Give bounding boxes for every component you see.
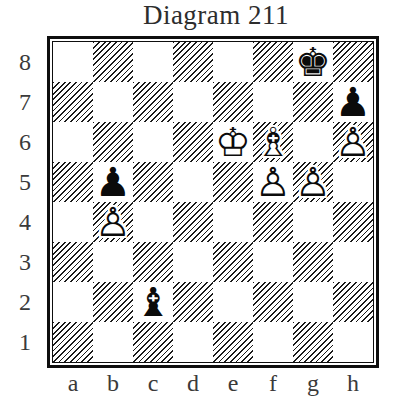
- black-pawn-b5: ♟♟: [93, 162, 133, 202]
- square-d2: [173, 282, 213, 322]
- square-a5: [53, 162, 93, 202]
- square-g3: [293, 242, 333, 282]
- white-pawn-g5: ♟♙: [293, 162, 333, 202]
- square-d8: [173, 42, 213, 82]
- square-e1: [213, 322, 253, 362]
- square-f5: ♟♙: [253, 162, 293, 202]
- square-f7: [253, 82, 293, 122]
- rank-label-3: 3: [12, 242, 38, 282]
- square-b4: ♟♙: [93, 202, 133, 242]
- square-a2: [53, 282, 93, 322]
- square-d5: [173, 162, 213, 202]
- square-g5: ♟♙: [293, 162, 333, 202]
- square-b7: [93, 82, 133, 122]
- square-a1: [53, 322, 93, 362]
- square-e3: [213, 242, 253, 282]
- square-e4: [213, 202, 253, 242]
- square-c5: [133, 162, 173, 202]
- square-f3: [253, 242, 293, 282]
- square-c4: [133, 202, 173, 242]
- black-king-g8: ♚♚: [293, 42, 333, 82]
- white-bishop-f6: ♝♗: [253, 122, 293, 162]
- square-e7: [213, 82, 253, 122]
- white-pawn-b4: ♟♙: [93, 202, 133, 242]
- file-label-c: c: [133, 370, 173, 396]
- square-b8: [93, 42, 133, 82]
- black-bishop-c2: ♝♝: [133, 282, 173, 322]
- square-a3: [53, 242, 93, 282]
- square-c2: ♝♝: [133, 282, 173, 322]
- square-e2: [213, 282, 253, 322]
- file-label-a: a: [53, 370, 93, 396]
- square-c7: [133, 82, 173, 122]
- square-g7: [293, 82, 333, 122]
- rank-label-1: 1: [12, 322, 38, 362]
- square-d4: [173, 202, 213, 242]
- square-b1: [93, 322, 133, 362]
- square-c8: [133, 42, 173, 82]
- square-g4: [293, 202, 333, 242]
- rank-label-7: 7: [12, 82, 38, 122]
- square-h8: [333, 42, 373, 82]
- square-f8: [253, 42, 293, 82]
- diagram-page: Diagram 211 87654321 ♚♚♟♟♚♔♝♗♟♙♟♟♟♙♟♙♟♙♝…: [0, 0, 400, 400]
- file-label-g: g: [293, 370, 333, 396]
- square-e8: [213, 42, 253, 82]
- square-d6: [173, 122, 213, 162]
- square-h6: ♟♙: [333, 122, 373, 162]
- white-pawn-f5: ♟♙: [253, 162, 293, 202]
- square-g6: [293, 122, 333, 162]
- square-a7: [53, 82, 93, 122]
- file-label-f: f: [253, 370, 293, 396]
- chess-board: ♚♚♟♟♚♔♝♗♟♙♟♟♟♙♟♙♟♙♝♝: [47, 36, 379, 368]
- rank-label-2: 2: [12, 282, 38, 322]
- file-label-d: d: [173, 370, 213, 396]
- square-a4: [53, 202, 93, 242]
- white-pawn-h6: ♟♙: [333, 122, 373, 162]
- square-b5: ♟♟: [93, 162, 133, 202]
- square-h2: [333, 282, 373, 322]
- square-f1: [253, 322, 293, 362]
- square-h1: [333, 322, 373, 362]
- file-label-h: h: [333, 370, 373, 396]
- square-b6: [93, 122, 133, 162]
- rank-label-4: 4: [12, 202, 38, 242]
- rank-label-6: 6: [12, 122, 38, 162]
- file-label-b: b: [93, 370, 133, 396]
- square-b2: [93, 282, 133, 322]
- square-h3: [333, 242, 373, 282]
- square-c1: [133, 322, 173, 362]
- rank-label-8: 8: [12, 42, 38, 82]
- square-g2: [293, 282, 333, 322]
- square-a8: [53, 42, 93, 82]
- square-h7: ♟♟: [333, 82, 373, 122]
- square-g8: ♚♚: [293, 42, 333, 82]
- board-grid: ♚♚♟♟♚♔♝♗♟♙♟♟♟♙♟♙♟♙♝♝: [52, 41, 374, 363]
- square-b3: [93, 242, 133, 282]
- file-labels: abcdefgh: [53, 370, 373, 396]
- square-f6: ♝♗: [253, 122, 293, 162]
- square-c6: [133, 122, 173, 162]
- square-a6: [53, 122, 93, 162]
- black-pawn-h7: ♟♟: [333, 82, 373, 122]
- square-d7: [173, 82, 213, 122]
- square-d3: [173, 242, 213, 282]
- square-e6: ♚♔: [213, 122, 253, 162]
- square-h4: [333, 202, 373, 242]
- square-d1: [173, 322, 213, 362]
- square-c3: [133, 242, 173, 282]
- diagram-title: Diagram 211: [47, 0, 385, 31]
- white-king-e6: ♚♔: [213, 122, 253, 162]
- rank-label-5: 5: [12, 162, 38, 202]
- square-f4: [253, 202, 293, 242]
- square-h5: [333, 162, 373, 202]
- file-label-e: e: [213, 370, 253, 396]
- square-f2: [253, 282, 293, 322]
- square-g1: [293, 322, 333, 362]
- rank-labels: 87654321: [12, 42, 38, 362]
- square-e5: [213, 162, 253, 202]
